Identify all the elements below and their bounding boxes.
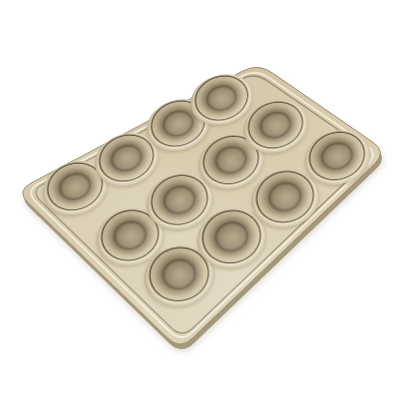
product-photo	[0, 0, 400, 400]
cup-layer	[0, 0, 400, 400]
